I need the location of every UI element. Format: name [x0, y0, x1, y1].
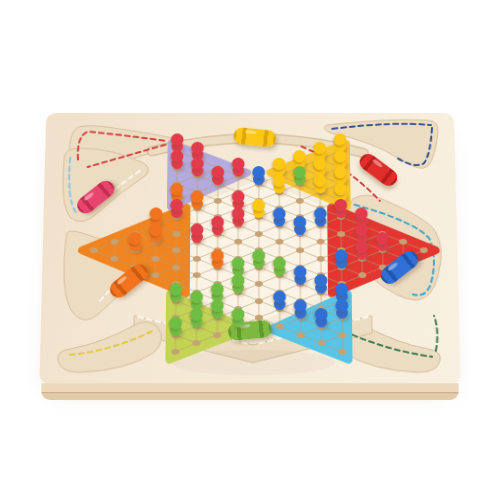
- peg-head: ●: [331, 132, 349, 146]
- peg-head: ●: [229, 205, 247, 219]
- board-hole[interactable]: [276, 323, 284, 329]
- peg-head: ●: [291, 297, 309, 312]
- peg-head: ●: [332, 247, 350, 261]
- peg-head: ●: [270, 156, 288, 170]
- peg-Y[interactable]: ●: [270, 172, 288, 196]
- board-hole[interactable]: [213, 332, 221, 338]
- peg-B[interactable]: ●: [271, 289, 289, 314]
- peg-head: ●: [353, 222, 371, 236]
- peg-G[interactable]: ●: [188, 306, 206, 331]
- peg-B[interactable]: ●: [312, 272, 330, 297]
- peg-head: ●: [332, 197, 350, 211]
- peg-head: ●: [271, 205, 289, 219]
- board-hole[interactable]: [317, 256, 325, 262]
- peg-head: ●: [229, 255, 247, 269]
- peg-head: ●: [332, 164, 350, 178]
- peg-O[interactable]: ●: [147, 222, 165, 247]
- peg-head: ●: [209, 280, 227, 294]
- peg-R[interactable]: ●: [229, 205, 247, 230]
- board-hole[interactable]: [214, 198, 222, 204]
- board-hole[interactable]: [110, 256, 118, 262]
- peg-head: ●: [208, 297, 226, 312]
- peg-head: ●: [188, 189, 206, 203]
- peg-head: ●: [250, 197, 268, 211]
- peg-head: ●: [209, 214, 227, 228]
- board-hole[interactable]: [255, 281, 263, 287]
- peg-B[interactable]: ●: [312, 306, 330, 331]
- peg-G[interactable]: ●: [271, 255, 289, 280]
- peg-head: ●: [312, 205, 330, 219]
- board-hole[interactable]: [296, 247, 304, 253]
- peg-head: ●: [312, 272, 330, 286]
- peg-R[interactable]: ●: [209, 214, 227, 239]
- peg-head: ●: [188, 289, 206, 303]
- peg-head: ●: [311, 156, 329, 170]
- peg-B[interactable]: ●: [291, 214, 309, 239]
- peg-head: ●: [271, 289, 289, 303]
- board-hole[interactable]: [152, 256, 160, 262]
- peg-head: ●: [168, 197, 186, 211]
- peg-head: ●: [188, 222, 206, 236]
- peg-head: ●: [353, 239, 371, 253]
- peg-head: ●: [168, 181, 186, 195]
- peg-head: ●: [271, 255, 289, 269]
- peg-head: ●: [230, 156, 248, 170]
- peg-head: ●: [332, 181, 350, 195]
- peg-R[interactable]: ●: [209, 164, 227, 188]
- board-hole[interactable]: [193, 256, 201, 262]
- peg-R[interactable]: ●: [168, 148, 186, 172]
- board-hole[interactable]: [297, 332, 305, 338]
- peg-G[interactable]: ●: [167, 314, 185, 339]
- board-hole[interactable]: [90, 247, 98, 253]
- peg-G[interactable]: ●: [291, 164, 309, 188]
- peg-R[interactable]: ●: [332, 197, 350, 222]
- peg-R[interactable]: ●: [353, 239, 371, 264]
- peg-head: ●: [291, 148, 309, 162]
- peg-head: ●: [168, 148, 186, 162]
- board-hole[interactable]: [338, 349, 346, 355]
- peg-B[interactable]: ●: [250, 164, 268, 188]
- peg-G[interactable]: ●: [250, 247, 268, 272]
- peg-head: ●: [311, 140, 329, 154]
- peg-R[interactable]: ●: [189, 156, 207, 180]
- board-hole[interactable]: [338, 332, 346, 338]
- peg-head: ●: [353, 205, 371, 219]
- peg-head: ●: [147, 205, 165, 219]
- peg-R[interactable]: ●: [168, 197, 186, 222]
- peg-head: ●: [250, 164, 268, 178]
- peg-head: ●: [209, 247, 227, 261]
- peg-head: ●: [126, 230, 144, 244]
- peg-head: ●: [333, 280, 351, 294]
- peg-O[interactable]: ●: [126, 230, 144, 255]
- board-hole[interactable]: [296, 198, 304, 204]
- peg-head: ●: [311, 172, 329, 186]
- peg-G[interactable]: ●: [167, 280, 185, 305]
- peg-Y[interactable]: ●: [250, 197, 268, 222]
- board-hole[interactable]: [173, 231, 181, 237]
- peg-R[interactable]: ●: [188, 222, 206, 247]
- peg-head: ●: [188, 306, 206, 321]
- chinese-checkers-star: ●●●●●●●●●●●●●●●●●●●●●●●●●●●●●●●●●●●●●●●●…: [39, 113, 460, 384]
- peg-G[interactable]: ●: [208, 297, 226, 322]
- peg-G[interactable]: ●: [229, 272, 247, 297]
- game-board-wrap: ●●●●●●●●●●●●●●●●●●●●●●●●●●●●●●●●●●●●●●●●…: [39, 113, 461, 402]
- peg-head: ●: [312, 306, 330, 321]
- peg-head: ●: [229, 189, 247, 203]
- peg-B[interactable]: ●: [291, 297, 309, 322]
- peg-head: ●: [189, 140, 207, 154]
- board-hole[interactable]: [255, 298, 263, 304]
- peg-G[interactable]: ●: [229, 306, 247, 331]
- peg-O[interactable]: ●: [188, 189, 206, 214]
- peg-head: ●: [167, 280, 185, 294]
- peg-B[interactable]: ●: [333, 297, 351, 322]
- peg-head: ●: [169, 132, 187, 146]
- peg-R[interactable]: ●: [373, 230, 391, 255]
- board-hole[interactable]: [255, 231, 263, 237]
- peg-O[interactable]: ●: [209, 247, 227, 272]
- board-hole[interactable]: [171, 349, 179, 355]
- peg-R[interactable]: ●: [230, 156, 248, 180]
- board-hole[interactable]: [420, 247, 428, 253]
- peg-head: ●: [291, 164, 309, 178]
- board-side-edge: [41, 383, 459, 400]
- board-hole[interactable]: [172, 247, 180, 253]
- peg-head: ●: [373, 230, 391, 244]
- peg-head: ●: [189, 156, 207, 170]
- board-hole[interactable]: [172, 264, 180, 270]
- peg-head: ●: [291, 264, 309, 278]
- peg-head: ●: [270, 172, 288, 186]
- peg-Y[interactable]: ●: [311, 172, 329, 196]
- peg-head: ●: [229, 272, 247, 286]
- peg-head: ●: [291, 214, 309, 228]
- peg-head: ●: [209, 164, 227, 178]
- peg-B[interactable]: ●: [271, 205, 289, 230]
- peg-B[interactable]: ●: [332, 247, 350, 272]
- peg-B[interactable]: ●: [291, 264, 309, 289]
- peg-head: ●: [167, 314, 185, 329]
- peg-head: ●: [147, 222, 165, 236]
- peg-head: ●: [333, 297, 351, 312]
- peg-head: ●: [229, 306, 247, 321]
- board-hole[interactable]: [337, 231, 345, 237]
- peg-head: ●: [250, 247, 268, 261]
- product-photo-stage: ●●●●●●●●●●●●●●●●●●●●●●●●●●●●●●●●●●●●●●●●…: [0, 0, 500, 500]
- peg-head: ●: [331, 148, 349, 162]
- peg-B[interactable]: ●: [312, 205, 330, 230]
